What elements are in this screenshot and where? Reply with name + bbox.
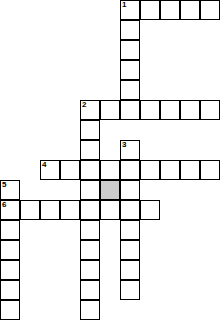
- crossword-cell[interactable]: [120, 100, 140, 120]
- crossword-cell[interactable]: 5: [0, 180, 20, 200]
- crossword-cell[interactable]: [80, 300, 100, 320]
- crossword-cell[interactable]: [0, 260, 20, 280]
- crossword-cell[interactable]: [120, 20, 140, 40]
- crossword-cell[interactable]: [80, 280, 100, 300]
- crossword-cell[interactable]: [100, 160, 120, 180]
- crossword-cell[interactable]: 6: [0, 200, 20, 220]
- crossword-cell[interactable]: [0, 280, 20, 300]
- highlighted-cell[interactable]: [100, 180, 120, 200]
- crossword-cell[interactable]: [40, 200, 60, 220]
- crossword-cell[interactable]: [180, 100, 200, 120]
- crossword-cell[interactable]: 4: [40, 160, 60, 180]
- crossword-cell[interactable]: [140, 0, 160, 20]
- crossword-cell[interactable]: [60, 160, 80, 180]
- clue-number: 1: [122, 1, 126, 9]
- clue-number: 2: [82, 101, 86, 109]
- crossword-cell[interactable]: [120, 220, 140, 240]
- crossword-cell[interactable]: [0, 240, 20, 260]
- crossword-cell[interactable]: [120, 200, 140, 220]
- crossword-cell[interactable]: [120, 160, 140, 180]
- crossword-cell[interactable]: [80, 180, 100, 200]
- crossword-cell[interactable]: [100, 200, 120, 220]
- crossword-cell[interactable]: [0, 300, 20, 320]
- crossword-cell[interactable]: 1: [120, 0, 140, 20]
- crossword-cell[interactable]: [120, 280, 140, 300]
- crossword-cell[interactable]: [20, 200, 40, 220]
- crossword-cell[interactable]: [80, 240, 100, 260]
- crossword-cell[interactable]: [80, 260, 100, 280]
- crossword-cell[interactable]: [120, 40, 140, 60]
- crossword-board: 123456: [0, 0, 220, 320]
- clue-number: 3: [122, 141, 126, 149]
- crossword-cell[interactable]: [100, 100, 120, 120]
- crossword-cell[interactable]: [0, 220, 20, 240]
- crossword-cell[interactable]: 2: [80, 100, 100, 120]
- crossword-cell[interactable]: [80, 120, 100, 140]
- clue-number: 5: [2, 181, 6, 189]
- clue-number: 6: [2, 201, 6, 209]
- crossword-cell[interactable]: [160, 0, 180, 20]
- crossword-cell[interactable]: [180, 0, 200, 20]
- crossword-cell[interactable]: [60, 200, 80, 220]
- crossword-cell[interactable]: [120, 80, 140, 100]
- crossword-cell[interactable]: [120, 60, 140, 80]
- crossword-cell[interactable]: [140, 100, 160, 120]
- clue-number: 4: [42, 161, 46, 169]
- crossword-cell[interactable]: [160, 160, 180, 180]
- crossword-page: 123456: [0, 0, 221, 321]
- crossword-cell[interactable]: [80, 220, 100, 240]
- crossword-cell[interactable]: [120, 260, 140, 280]
- crossword-cell[interactable]: [180, 160, 200, 180]
- crossword-cell[interactable]: 3: [120, 140, 140, 160]
- crossword-cell[interactable]: [120, 180, 140, 200]
- crossword-cell[interactable]: [80, 200, 100, 220]
- crossword-cell[interactable]: [120, 240, 140, 260]
- crossword-cell[interactable]: [200, 100, 220, 120]
- crossword-cell[interactable]: [200, 0, 220, 20]
- crossword-cell[interactable]: [160, 100, 180, 120]
- crossword-cell[interactable]: [80, 140, 100, 160]
- crossword-cell[interactable]: [200, 160, 220, 180]
- crossword-cell[interactable]: [140, 200, 160, 220]
- crossword-cell[interactable]: [80, 160, 100, 180]
- crossword-cell[interactable]: [140, 160, 160, 180]
